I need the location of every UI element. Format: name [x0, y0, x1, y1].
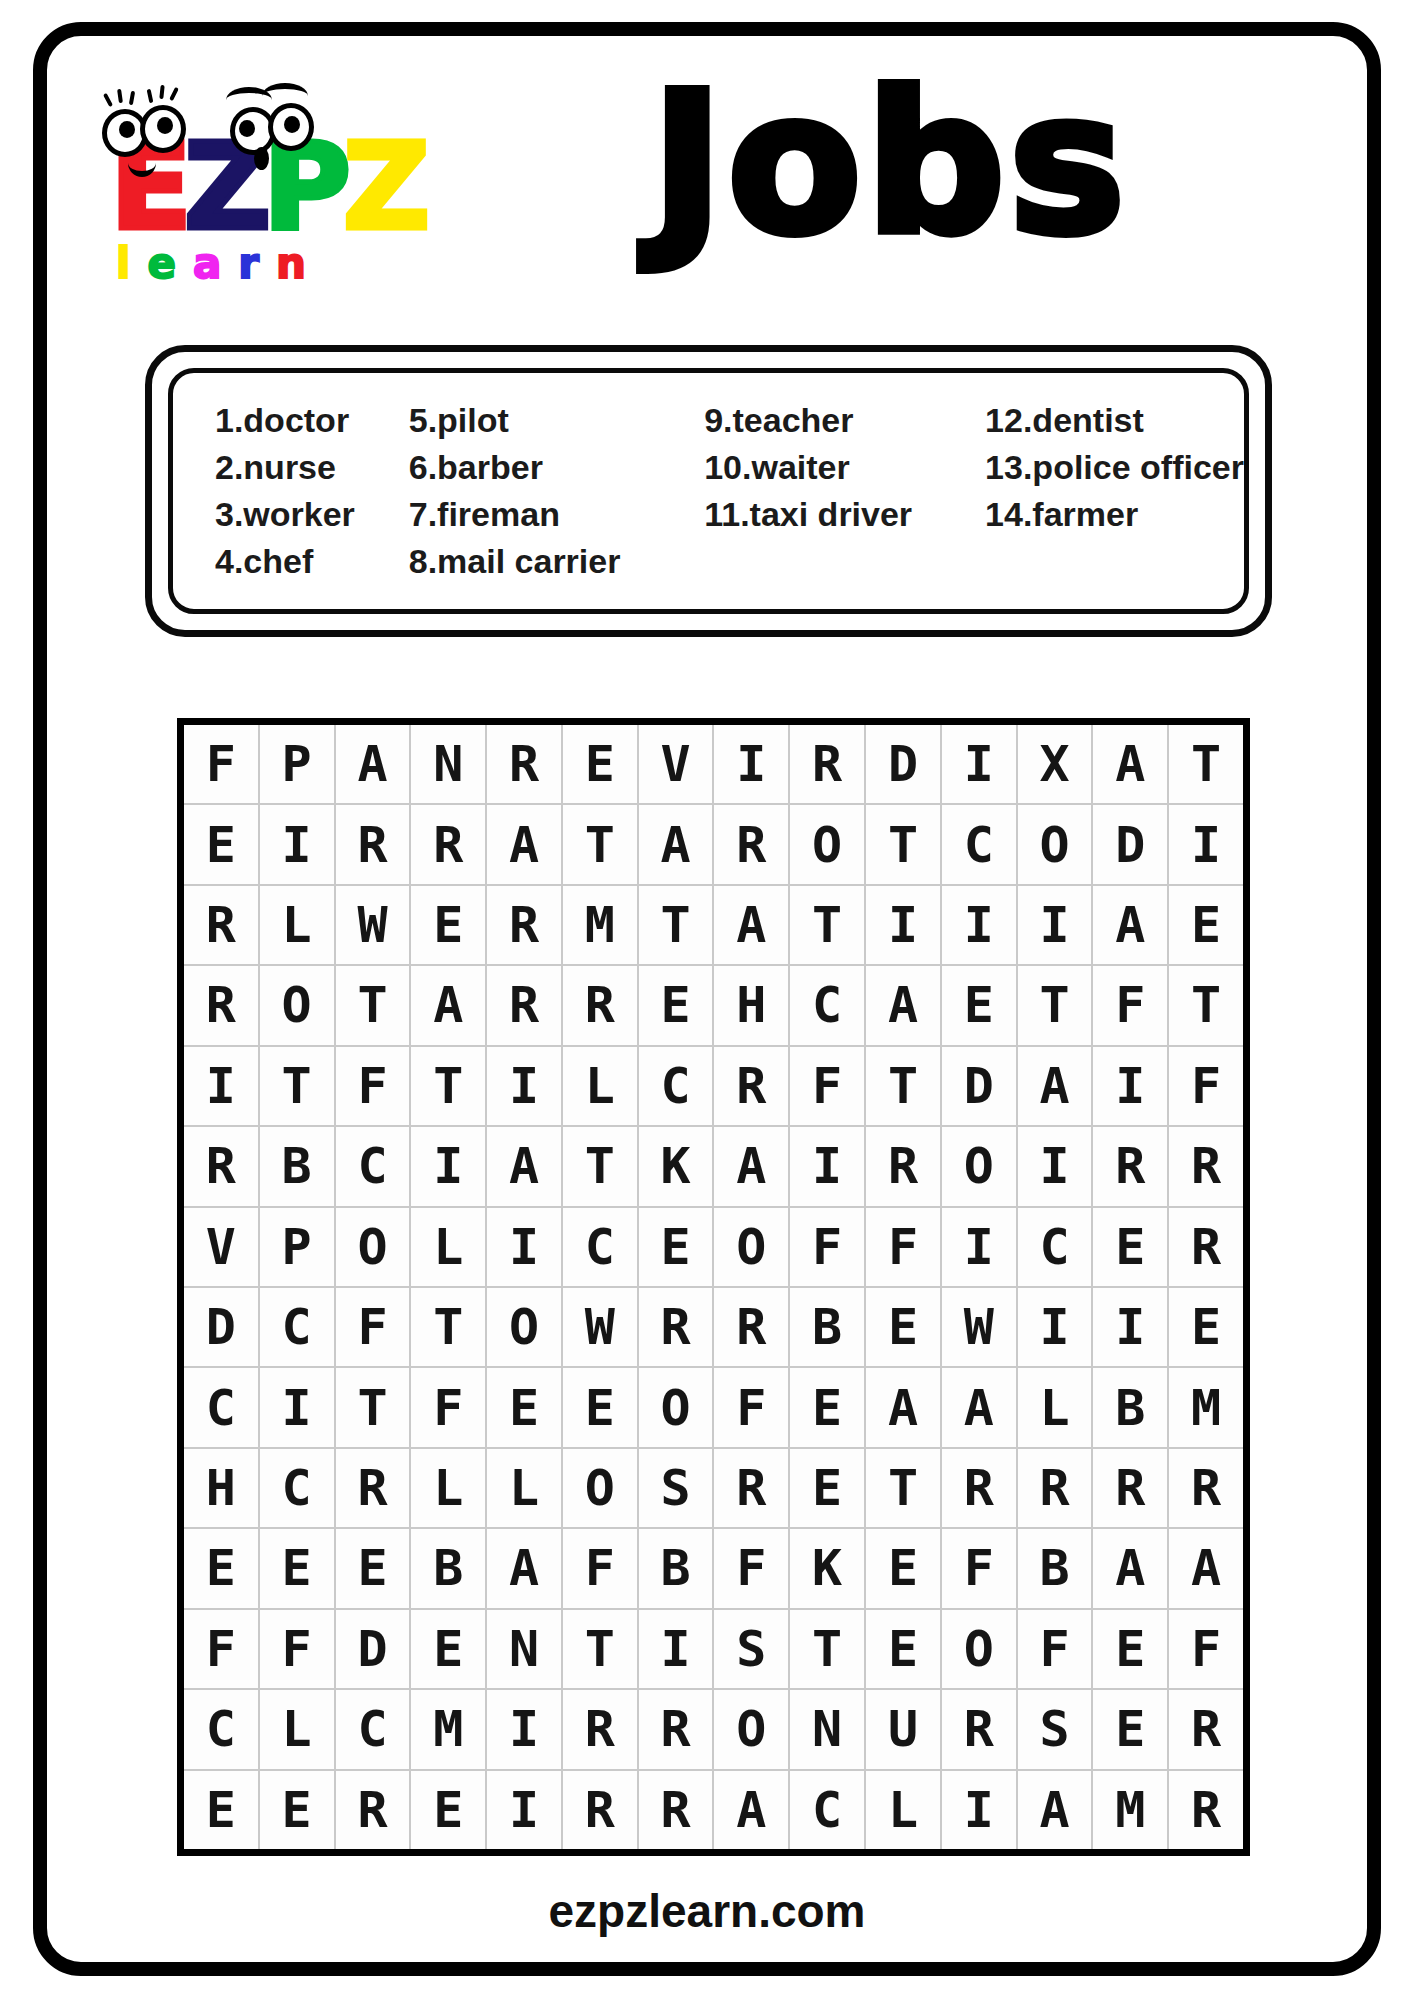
grid-cell-r8c10[interactable]: E — [866, 1288, 940, 1366]
grid-cell-r2c1[interactable]: E — [184, 805, 258, 883]
grid-cell-r8c11[interactable]: W — [942, 1288, 1016, 1366]
grid-cell-r5c10[interactable]: T — [866, 1047, 940, 1125]
grid-cell-r13c7[interactable]: R — [639, 1690, 713, 1768]
word-list-column: 12.dentist13.police officer14.farmer — [985, 397, 1244, 609]
grid-cell-r7c7[interactable]: E — [639, 1208, 713, 1286]
grid-cell-r9c13[interactable]: B — [1093, 1368, 1167, 1446]
grid-cell-r9c6[interactable]: E — [563, 1368, 637, 1446]
grid-cell-r8c4[interactable]: T — [411, 1288, 485, 1366]
grid-cell-r10c8[interactable]: R — [714, 1449, 788, 1527]
grid-cell-r2c6[interactable]: T — [563, 805, 637, 883]
grid-cell-r13c14[interactable]: R — [1169, 1690, 1243, 1768]
grid-cell-r14c8[interactable]: A — [714, 1771, 788, 1849]
grid-cell-r4c9[interactable]: C — [790, 966, 864, 1044]
grid-cell-r5c2[interactable]: T — [260, 1047, 334, 1125]
grid-cell-r14c11[interactable]: I — [942, 1771, 1016, 1849]
grid-cell-r14c4[interactable]: E — [411, 1771, 485, 1849]
grid-cell-r2c7[interactable]: A — [639, 805, 713, 883]
grid-cell-r13c12[interactable]: S — [1018, 1690, 1092, 1768]
grid-cell-r12c7[interactable]: I — [639, 1610, 713, 1688]
grid-cell-r5c5[interactable]: I — [487, 1047, 561, 1125]
grid-cell-r10c10[interactable]: T — [866, 1449, 940, 1527]
word-list-column: 9.teacher10.waiter11.taxi driver — [704, 397, 985, 609]
grid-cell-r5c14[interactable]: F — [1169, 1047, 1243, 1125]
grid-cell-r12c10[interactable]: E — [866, 1610, 940, 1688]
word-list-item: 4.chef — [215, 538, 409, 585]
grid-cell-r11c11[interactable]: F — [942, 1529, 1016, 1607]
grid-cell-r6c10[interactable]: R — [866, 1127, 940, 1205]
grid-cell-r3c3[interactable]: W — [336, 886, 410, 964]
grid-cell-r1c12[interactable]: X — [1018, 725, 1092, 803]
grid-cell-r14c7[interactable]: R — [639, 1771, 713, 1849]
logo-learn: learn — [116, 243, 323, 285]
grid-cell-r7c10[interactable]: F — [866, 1208, 940, 1286]
word-list-item: 7.fireman — [409, 491, 704, 538]
grid-cell-r4c8[interactable]: H — [714, 966, 788, 1044]
word-list-column: 5.pilot6.barber7.fireman8.mail carrier — [409, 397, 704, 609]
googly-eye-icon — [140, 105, 186, 153]
grid-cell-r5c13[interactable]: I — [1093, 1047, 1167, 1125]
grid-cell-r7c3[interactable]: O — [336, 1208, 410, 1286]
grid-cell-r10c13[interactable]: R — [1093, 1449, 1167, 1527]
grid-cell-r8c8[interactable]: R — [714, 1288, 788, 1366]
grid-cell-r1c4[interactable]: N — [411, 725, 485, 803]
grid-cell-r9c3[interactable]: T — [336, 1368, 410, 1446]
grid-cell-r12c1[interactable]: F — [184, 1610, 258, 1688]
grid-cell-r10c3[interactable]: R — [336, 1449, 410, 1527]
grid-cell-r6c1[interactable]: R — [184, 1127, 258, 1205]
grid-cell-r11c6[interactable]: F — [563, 1529, 637, 1607]
word-list-item: 10.waiter — [704, 444, 985, 491]
grid-cell-r5c8[interactable]: R — [714, 1047, 788, 1125]
grid-cell-r13c5[interactable]: I — [487, 1690, 561, 1768]
grid-cell-r4c3[interactable]: T — [336, 966, 410, 1044]
grid-cell-r11c2[interactable]: E — [260, 1529, 334, 1607]
grid-cell-r1c9[interactable]: R — [790, 725, 864, 803]
logo-letter: e — [147, 239, 193, 288]
grid-cell-r14c1[interactable]: E — [184, 1771, 258, 1849]
footer-link[interactable]: ezpzlearn.com — [549, 1885, 866, 1937]
grid-cell-r10c12[interactable]: R — [1018, 1449, 1092, 1527]
grid-cell-r1c11[interactable]: I — [942, 725, 1016, 803]
grid-cell-r14c9[interactable]: C — [790, 1771, 864, 1849]
grid-cell-r2c2[interactable]: I — [260, 805, 334, 883]
grid-cell-r2c10[interactable]: T — [866, 805, 940, 883]
logo-letter: l — [116, 239, 147, 288]
grid-cell-r2c14[interactable]: I — [1169, 805, 1243, 883]
grid-cell-r14c6[interactable]: R — [563, 1771, 637, 1849]
grid-cell-r12c5[interactable]: N — [487, 1610, 561, 1688]
grid-cell-r12c8[interactable]: S — [714, 1610, 788, 1688]
grid-cell-r11c3[interactable]: E — [336, 1529, 410, 1607]
grid-cell-r13c1[interactable]: C — [184, 1690, 258, 1768]
grid-cell-r1c14[interactable]: T — [1169, 725, 1243, 803]
grid-cell-r8c2[interactable]: C — [260, 1288, 334, 1366]
word-list: 1.doctor2.nurse3.worker4.chef5.pilot6.ba… — [168, 368, 1249, 614]
grid-cell-r5c3[interactable]: F — [336, 1047, 410, 1125]
grid-cell-r10c14[interactable]: R — [1169, 1449, 1243, 1527]
grid-cell-r11c1[interactable]: E — [184, 1529, 258, 1607]
grid-cell-r9c5[interactable]: E — [487, 1368, 561, 1446]
grid-cell-r13c13[interactable]: E — [1093, 1690, 1167, 1768]
grid-cell-r8c7[interactable]: R — [639, 1288, 713, 1366]
grid-cell-r6c5[interactable]: A — [487, 1127, 561, 1205]
logo-letter: r — [238, 239, 276, 288]
word-list-item: 9.teacher — [704, 397, 985, 444]
logo-letter: Z — [343, 117, 422, 256]
grid-cell-r3c13[interactable]: A — [1093, 886, 1167, 964]
grid-cell-r6c8[interactable]: A — [714, 1127, 788, 1205]
grid-cell-r12c4[interactable]: E — [411, 1610, 485, 1688]
grid-cell-r3c9[interactable]: T — [790, 886, 864, 964]
grid-cell-r5c12[interactable]: A — [1018, 1047, 1092, 1125]
grid-cell-r10c2[interactable]: C — [260, 1449, 334, 1527]
grid-cell-r6c2[interactable]: B — [260, 1127, 334, 1205]
grid-cell-r1c8[interactable]: I — [714, 725, 788, 803]
word-list-item: 1.doctor — [215, 397, 409, 444]
grid-cell-r7c1[interactable]: V — [184, 1208, 258, 1286]
grid-cell-r6c12[interactable]: I — [1018, 1127, 1092, 1205]
grid-cell-r8c5[interactable]: O — [487, 1288, 561, 1366]
grid-cell-r6c13[interactable]: R — [1093, 1127, 1167, 1205]
grid-cell-r2c12[interactable]: O — [1018, 805, 1092, 883]
eyelash-icon — [129, 91, 135, 105]
grid-cell-r14c13[interactable]: M — [1093, 1771, 1167, 1849]
grid-cell-r10c7[interactable]: S — [639, 1449, 713, 1527]
grid-cell-r12c11[interactable]: O — [942, 1610, 1016, 1688]
grid-cell-r5c7[interactable]: C — [639, 1047, 713, 1125]
grid-cell-r9c4[interactable]: F — [411, 1368, 485, 1446]
grid-cell-r2c13[interactable]: D — [1093, 805, 1167, 883]
grid-cell-r3c12[interactable]: I — [1018, 886, 1092, 964]
grid-cell-r7c12[interactable]: C — [1018, 1208, 1092, 1286]
grid-cell-r4c7[interactable]: E — [639, 966, 713, 1044]
grid-cell-r1c13[interactable]: A — [1093, 725, 1167, 803]
grid-cell-r9c9[interactable]: E — [790, 1368, 864, 1446]
grid-cell-r2c3[interactable]: R — [336, 805, 410, 883]
grid-cell-r13c6[interactable]: R — [563, 1690, 637, 1768]
grid-cell-r14c14[interactable]: R — [1169, 1771, 1243, 1849]
word-list-box: 1.doctor2.nurse3.worker4.chef5.pilot6.ba… — [145, 345, 1272, 637]
grid-cell-r3c1[interactable]: R — [184, 886, 258, 964]
grid-cell-r13c2[interactable]: L — [260, 1690, 334, 1768]
grid-cell-r6c3[interactable]: C — [336, 1127, 410, 1205]
grid-cell-r8c6[interactable]: W — [563, 1288, 637, 1366]
grid-cell-r2c8[interactable]: R — [714, 805, 788, 883]
grid-cell-r5c11[interactable]: D — [942, 1047, 1016, 1125]
grid-cell-r11c12[interactable]: B — [1018, 1529, 1092, 1607]
grid-cell-r6c14[interactable]: R — [1169, 1127, 1243, 1205]
logo-letter: a — [193, 239, 238, 288]
grid-cell-r1c2[interactable]: P — [260, 725, 334, 803]
grid-cell-r8c3[interactable]: F — [336, 1288, 410, 1366]
word-list-item: 14.farmer — [985, 491, 1244, 538]
grid-cell-r14c3[interactable]: R — [336, 1771, 410, 1849]
grid-cell-r4c5[interactable]: R — [487, 966, 561, 1044]
grid-cell-r4c11[interactable]: E — [942, 966, 1016, 1044]
grid-cell-r5c9[interactable]: F — [790, 1047, 864, 1125]
grid-cell-r3c8[interactable]: A — [714, 886, 788, 964]
grid-cell-r12c9[interactable]: T — [790, 1610, 864, 1688]
grid-cell-r8c9[interactable]: B — [790, 1288, 864, 1366]
eyelash-icon — [147, 89, 154, 104]
grid-cell-r3c4[interactable]: E — [411, 886, 485, 964]
grid-cell-r1c10[interactable]: D — [866, 725, 940, 803]
grid-cell-r4c10[interactable]: A — [866, 966, 940, 1044]
grid-cell-r7c13[interactable]: E — [1093, 1208, 1167, 1286]
grid-cell-r12c12[interactable]: F — [1018, 1610, 1092, 1688]
grid-cell-r5c4[interactable]: T — [411, 1047, 485, 1125]
grid-cell-r13c11[interactable]: R — [942, 1690, 1016, 1768]
grid-cell-r1c5[interactable]: R — [487, 725, 561, 803]
grid-cell-r9c11[interactable]: A — [942, 1368, 1016, 1446]
grid-cell-r2c4[interactable]: R — [411, 805, 485, 883]
grid-cell-r8c1[interactable]: D — [184, 1288, 258, 1366]
grid-cell-r13c8[interactable]: O — [714, 1690, 788, 1768]
word-list-column: 1.doctor2.nurse3.worker4.chef — [215, 397, 409, 609]
eyelash-icon — [117, 89, 123, 103]
logo-letter: n — [276, 239, 323, 288]
grid-cell-r9c1[interactable]: C — [184, 1368, 258, 1446]
word-list-item: 13.police officer — [985, 444, 1244, 491]
grid-cell-r11c9[interactable]: K — [790, 1529, 864, 1607]
word-list-item: 6.barber — [409, 444, 704, 491]
grid-cell-r1c6[interactable]: E — [563, 725, 637, 803]
grid-cell-r11c5[interactable]: A — [487, 1529, 561, 1607]
grid-cell-r10c11[interactable]: R — [942, 1449, 1016, 1527]
grid-cell-r3c10[interactable]: I — [866, 886, 940, 964]
grid-cell-r3c5[interactable]: R — [487, 886, 561, 964]
grid-cell-r1c1[interactable]: F — [184, 725, 258, 803]
grid-cell-r14c10[interactable]: L — [866, 1771, 940, 1849]
grid-cell-r12c13[interactable]: E — [1093, 1610, 1167, 1688]
eyelash-icon — [159, 85, 164, 99]
grid-cell-r10c5[interactable]: L — [487, 1449, 561, 1527]
grid-cell-r14c2[interactable]: E — [260, 1771, 334, 1849]
word-list-item: 11.taxi driver — [704, 491, 985, 538]
grid-cell-r9c10[interactable]: A — [866, 1368, 940, 1446]
grid-cell-r2c5[interactable]: A — [487, 805, 561, 883]
word-list-item: 8.mail carrier — [409, 538, 704, 585]
eyelash-icon — [169, 87, 179, 101]
word-list-item: 12.dentist — [985, 397, 1244, 444]
grid-cell-r8c12[interactable]: I — [1018, 1288, 1092, 1366]
grid-cell-r7c8[interactable]: O — [714, 1208, 788, 1286]
worksheet-page: EZPZ learn Jobs 1.doctor2.nurse3.worker4… — [0, 0, 1414, 2000]
grid-cell-r4c2[interactable]: O — [260, 966, 334, 1044]
grid-cell-r11c14[interactable]: A — [1169, 1529, 1243, 1607]
grid-cell-r11c7[interactable]: B — [639, 1529, 713, 1607]
grid-cell-r3c11[interactable]: I — [942, 886, 1016, 964]
grid-cell-r11c13[interactable]: A — [1093, 1529, 1167, 1607]
grid-cell-r7c4[interactable]: L — [411, 1208, 485, 1286]
grid-cell-r12c2[interactable]: F — [260, 1610, 334, 1688]
grid-cell-r9c12[interactable]: L — [1018, 1368, 1092, 1446]
grid-cell-r13c3[interactable]: C — [336, 1690, 410, 1768]
footer: ezpzlearn.com — [0, 1884, 1414, 1938]
grid-cell-r9c14[interactable]: M — [1169, 1368, 1243, 1446]
grid-cell-r7c14[interactable]: R — [1169, 1208, 1243, 1286]
grid-cell-r8c13[interactable]: I — [1093, 1288, 1167, 1366]
page-title: Jobs — [500, 66, 1280, 261]
word-list-item: 3.worker — [215, 491, 409, 538]
googly-eye-icon — [268, 103, 314, 151]
grid-cell-r13c9[interactable]: N — [790, 1690, 864, 1768]
grid-cell-r10c9[interactable]: E — [790, 1449, 864, 1527]
surprised-mouth-icon — [254, 147, 269, 170]
grid-cell-r7c6[interactable]: C — [563, 1208, 637, 1286]
grid-cell-r4c14[interactable]: T — [1169, 966, 1243, 1044]
grid-cell-r3c14[interactable]: E — [1169, 886, 1243, 964]
grid-cell-r12c3[interactable]: D — [336, 1610, 410, 1688]
grid-cell-r6c4[interactable]: I — [411, 1127, 485, 1205]
grid-cell-r11c8[interactable]: F — [714, 1529, 788, 1607]
grid-cell-r11c4[interactable]: B — [411, 1529, 485, 1607]
word-list-item: 2.nurse — [215, 444, 409, 491]
grid-cell-r3c6[interactable]: M — [563, 886, 637, 964]
ezpz-learn-logo: EZPZ learn — [90, 85, 390, 305]
grid-cell-r1c7[interactable]: V — [639, 725, 713, 803]
grid-cell-r10c4[interactable]: L — [411, 1449, 485, 1527]
grid-cell-r5c6[interactable]: L — [563, 1047, 637, 1125]
grid-cell-r14c12[interactable]: A — [1018, 1771, 1092, 1849]
grid-cell-r7c2[interactable]: P — [260, 1208, 334, 1286]
grid-cell-r9c2[interactable]: I — [260, 1368, 334, 1446]
grid-cell-r10c1[interactable]: H — [184, 1449, 258, 1527]
grid-cell-r12c6[interactable]: T — [563, 1610, 637, 1688]
grid-cell-r11c10[interactable]: E — [866, 1529, 940, 1607]
grid-cell-r6c11[interactable]: O — [942, 1127, 1016, 1205]
grid-cell-r13c10[interactable]: U — [866, 1690, 940, 1768]
grid-cell-r4c4[interactable]: A — [411, 966, 485, 1044]
grid-cell-r8c14[interactable]: E — [1169, 1288, 1243, 1366]
grid-cell-r3c2[interactable]: L — [260, 886, 334, 964]
grid-cell-r3c7[interactable]: T — [639, 886, 713, 964]
grid-cell-r4c6[interactable]: R — [563, 966, 637, 1044]
grid-cell-r6c6[interactable]: T — [563, 1127, 637, 1205]
grid-cell-r4c13[interactable]: F — [1093, 966, 1167, 1044]
grid-cell-r14c5[interactable]: I — [487, 1771, 561, 1849]
grid-cell-r7c9[interactable]: F — [790, 1208, 864, 1286]
grid-cell-r6c9[interactable]: I — [790, 1127, 864, 1205]
grid-cell-r13c4[interactable]: M — [411, 1690, 485, 1768]
grid-cell-r9c7[interactable]: O — [639, 1368, 713, 1446]
grid-cell-r7c11[interactable]: I — [942, 1208, 1016, 1286]
grid-cell-r2c9[interactable]: O — [790, 805, 864, 883]
grid-cell-r6c7[interactable]: K — [639, 1127, 713, 1205]
grid-cell-r12c14[interactable]: F — [1169, 1610, 1243, 1688]
grid-cell-r10c6[interactable]: O — [563, 1449, 637, 1527]
grid-cell-r4c12[interactable]: T — [1018, 966, 1092, 1044]
eyelash-icon — [103, 93, 113, 107]
word-list-item: 5.pilot — [409, 397, 704, 444]
grid-cell-r4c1[interactable]: R — [184, 966, 258, 1044]
grid-cell-r9c8[interactable]: F — [714, 1368, 788, 1446]
grid-cell-r1c3[interactable]: A — [336, 725, 410, 803]
word-search-grid: FPANREVIRDIXATEIRRATAROTCODIRLWERMTATIII… — [177, 718, 1250, 1856]
grid-cell-r7c5[interactable]: I — [487, 1208, 561, 1286]
grid-cell-r5c1[interactable]: I — [184, 1047, 258, 1125]
grid-cell-r2c11[interactable]: C — [942, 805, 1016, 883]
